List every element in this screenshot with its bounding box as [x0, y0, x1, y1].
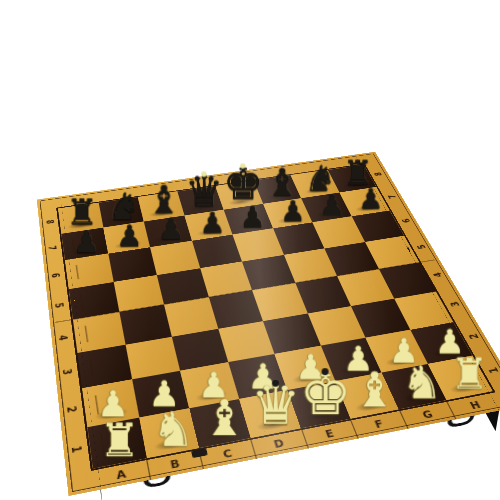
- piece-white-bishop: ♝: [349, 367, 400, 413]
- piece-white-knight: ♞: [146, 407, 199, 452]
- square-a5: [69, 282, 119, 320]
- square-a1: ♜: [87, 417, 146, 468]
- black-finial-icon: [322, 368, 329, 375]
- square-d5: [200, 261, 252, 297]
- piece-black-pawn: ♟: [150, 216, 192, 244]
- piece-black-pawn: ♟: [232, 203, 273, 230]
- yellow-finial-icon: [201, 171, 206, 176]
- square-b5: [113, 275, 164, 312]
- piece-black-pawn: ♟: [191, 209, 233, 237]
- piece-white-rook: ♜: [444, 354, 494, 395]
- scene: ♜♞♝♛♚♝♞♜♟♟♟♟♟♟♟♟♟♟♟♟♟♟♟♟♜♞♝♛♚♝♞♜ ABCDEFG…: [0, 0, 500, 500]
- piece-white-rook: ♜: [93, 419, 147, 462]
- square-b7: ♟: [103, 221, 150, 253]
- piece-black-pawn: ♟: [311, 192, 352, 219]
- piece-white-knight: ♞: [397, 361, 448, 404]
- square-e6: [232, 228, 283, 261]
- square-c7: ♟: [144, 215, 192, 247]
- piece-white-bishop: ♝: [198, 395, 251, 442]
- piece-black-pawn: ♟: [272, 198, 313, 225]
- yellow-finial-icon: [240, 163, 245, 168]
- piece-white-queen: ♛: [249, 380, 301, 432]
- square-b1: ♞: [139, 408, 199, 458]
- board-top: ♜♞♝♛♚♝♞♜♟♟♟♟♟♟♟♟♟♟♟♟♟♟♟♟♜♞♝♛♚♝♞♜ ABCDEFG…: [37, 152, 500, 496]
- piece-black-pawn: ♟: [108, 222, 150, 250]
- photo-background: ♜♞♝♛♚♝♞♜♟♟♟♟♟♟♟♟♟♟♟♟♟♟♟♟♜♞♝♛♚♝♞♜ ABCDEFG…: [0, 0, 500, 500]
- black-finial-icon: [272, 380, 279, 387]
- chess-board: ♜♞♝♛♚♝♞♜♟♟♟♟♟♟♟♟♟♟♟♟♟♟♟♟♜♞♝♛♚♝♞♜ ABCDEFG…: [37, 152, 500, 496]
- piece-white-king: ♚: [299, 368, 351, 423]
